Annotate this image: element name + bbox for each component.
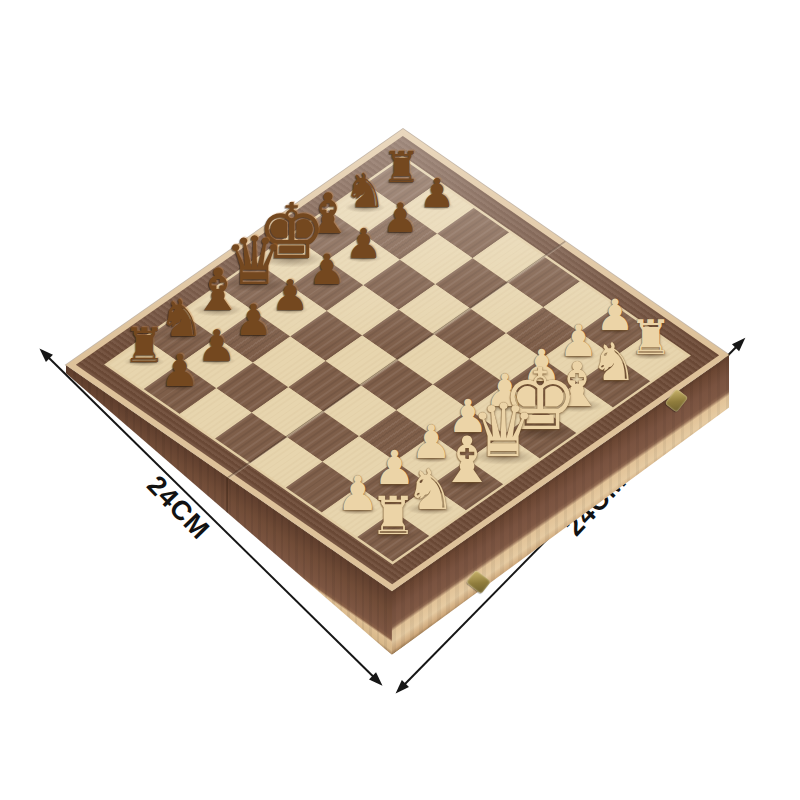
arrowhead-right-end-icon: [732, 334, 749, 351]
arrowhead-right-start-icon: [392, 680, 409, 697]
arrowhead-left-end-icon: [369, 672, 386, 689]
arrowhead-left-start-icon: [36, 345, 53, 362]
chess-board: [66, 129, 729, 591]
product-photo-scene: 24CM 24CM ♜♞♝♛♚♝♞♜♟♟♟♟♟♟♟♟♟♟♟♟♟♟♟♟♜♞♝♛♚♝…: [0, 0, 800, 800]
